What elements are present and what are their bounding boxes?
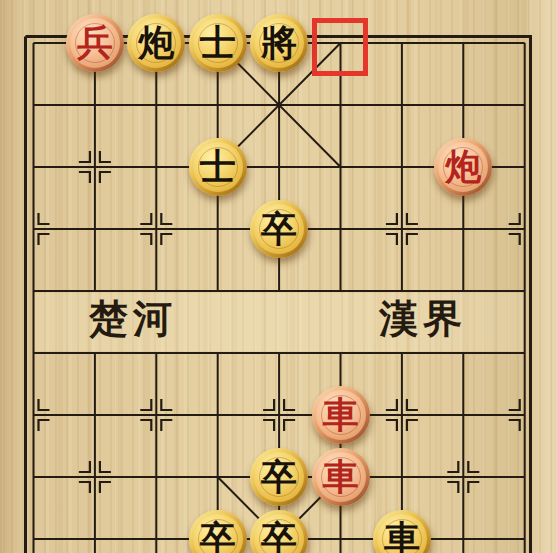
piece-red-車[interactable]: 車 <box>312 386 370 444</box>
piece-face: 車 <box>377 514 427 553</box>
piece-face: 卒 <box>254 452 304 502</box>
piece-character: 將 <box>261 24 297 60</box>
piece-face: 士 <box>193 142 243 192</box>
piece-face: 士 <box>193 18 243 68</box>
piece-character: 車 <box>323 396 359 432</box>
piece-character: 炮 <box>138 24 174 60</box>
piece-black-卒[interactable]: 卒 <box>250 448 308 506</box>
piece-face: 炮 <box>438 142 488 192</box>
piece-red-兵[interactable]: 兵 <box>66 14 124 72</box>
piece-black-士[interactable]: 士 <box>189 138 247 196</box>
piece-character: 士 <box>200 24 236 60</box>
piece-character: 兵 <box>77 24 113 60</box>
piece-character: 卒 <box>261 520 297 553</box>
piece-character: 炮 <box>445 148 481 184</box>
piece-face: 車 <box>316 452 366 502</box>
xiangqi-board[interactable]: 楚河 漢界 兵炮士將士炮卒車卒車卒卒車 <box>0 0 557 553</box>
piece-black-炮[interactable]: 炮 <box>127 14 185 72</box>
piece-face: 兵 <box>70 18 120 68</box>
piece-face: 炮 <box>131 18 181 68</box>
piece-character: 車 <box>384 520 420 553</box>
piece-red-車[interactable]: 車 <box>312 448 370 506</box>
piece-face: 將 <box>254 18 304 68</box>
piece-black-將[interactable]: 將 <box>250 14 308 72</box>
piece-face: 卒 <box>193 514 243 553</box>
piece-black-卒[interactable]: 卒 <box>250 200 308 258</box>
piece-face: 車 <box>316 390 366 440</box>
piece-character: 士 <box>200 148 236 184</box>
piece-character: 車 <box>323 458 359 494</box>
piece-character: 卒 <box>261 210 297 246</box>
last-move-highlight <box>312 18 368 76</box>
piece-red-炮[interactable]: 炮 <box>434 138 492 196</box>
piece-black-士[interactable]: 士 <box>189 14 247 72</box>
piece-face: 卒 <box>254 514 304 553</box>
piece-character: 卒 <box>200 520 236 553</box>
piece-face: 卒 <box>254 204 304 254</box>
piece-character: 卒 <box>261 458 297 494</box>
